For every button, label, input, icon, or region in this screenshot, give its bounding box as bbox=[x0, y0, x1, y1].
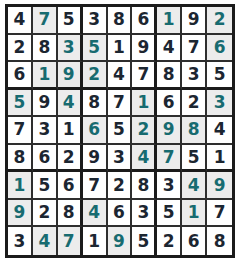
cell-r6c7[interactable]: 7 bbox=[157, 145, 182, 173]
cell-r8c7[interactable]: 5 bbox=[157, 200, 182, 228]
cell-r9c7[interactable]: 2 bbox=[157, 227, 182, 255]
cell-r3c8[interactable]: 3 bbox=[182, 62, 207, 90]
cell-r9c2[interactable]: 4 bbox=[33, 227, 58, 255]
cell-r8c5[interactable]: 6 bbox=[108, 200, 133, 228]
cell-r2c5[interactable]: 1 bbox=[108, 35, 133, 63]
cell-r4c8[interactable]: 2 bbox=[182, 90, 207, 118]
cell-r4c7[interactable]: 6 bbox=[157, 90, 182, 118]
cell-r2c4[interactable]: 5 bbox=[83, 35, 108, 63]
cell-r5c6[interactable]: 2 bbox=[132, 117, 157, 145]
cell-r9c6[interactable]: 5 bbox=[132, 227, 157, 255]
cell-r6c4[interactable]: 9 bbox=[83, 145, 108, 173]
cell-r6c9[interactable]: 1 bbox=[207, 145, 232, 173]
cell-r7c5[interactable]: 2 bbox=[108, 172, 133, 200]
cell-r6c1[interactable]: 8 bbox=[8, 145, 33, 173]
cell-r3c2[interactable]: 1 bbox=[33, 62, 58, 90]
cell-r3c6[interactable]: 7 bbox=[132, 62, 157, 90]
cell-r5c8[interactable]: 8 bbox=[182, 117, 207, 145]
cell-r9c4[interactable]: 1 bbox=[83, 227, 108, 255]
cell-r8c9[interactable]: 7 bbox=[207, 200, 232, 228]
cell-r1c3[interactable]: 5 bbox=[58, 7, 83, 35]
cell-r7c8[interactable]: 4 bbox=[182, 172, 207, 200]
cell-r3c4[interactable]: 2 bbox=[83, 62, 108, 90]
cell-r5c2[interactable]: 3 bbox=[33, 117, 58, 145]
cell-r7c4[interactable]: 7 bbox=[83, 172, 108, 200]
cell-r3c3[interactable]: 9 bbox=[58, 62, 83, 90]
cell-r1c9[interactable]: 2 bbox=[207, 7, 232, 35]
cell-r9c5[interactable]: 9 bbox=[108, 227, 133, 255]
cell-r2c8[interactable]: 7 bbox=[182, 35, 207, 63]
cell-r8c1[interactable]: 9 bbox=[8, 200, 33, 228]
cell-r1c4[interactable]: 3 bbox=[83, 7, 108, 35]
cell-r4c6[interactable]: 1 bbox=[132, 90, 157, 118]
cell-r9c8[interactable]: 6 bbox=[182, 227, 207, 255]
cell-r6c3[interactable]: 2 bbox=[58, 145, 83, 173]
cell-r1c5[interactable]: 8 bbox=[108, 7, 133, 35]
cell-r2c9[interactable]: 6 bbox=[207, 35, 232, 63]
cell-r4c9[interactable]: 3 bbox=[207, 90, 232, 118]
sudoku-board: 4753861922835194766192478355948716237316… bbox=[5, 4, 235, 258]
cell-r8c3[interactable]: 8 bbox=[58, 200, 83, 228]
cell-r5c3[interactable]: 1 bbox=[58, 117, 83, 145]
cell-r7c7[interactable]: 3 bbox=[157, 172, 182, 200]
cell-r2c3[interactable]: 3 bbox=[58, 35, 83, 63]
cell-r3c7[interactable]: 8 bbox=[157, 62, 182, 90]
cell-r1c2[interactable]: 7 bbox=[33, 7, 58, 35]
cell-r4c3[interactable]: 4 bbox=[58, 90, 83, 118]
cell-r5c9[interactable]: 4 bbox=[207, 117, 232, 145]
cell-r3c9[interactable]: 5 bbox=[207, 62, 232, 90]
cell-r7c6[interactable]: 8 bbox=[132, 172, 157, 200]
cell-r8c4[interactable]: 4 bbox=[83, 200, 108, 228]
cell-r3c5[interactable]: 4 bbox=[108, 62, 133, 90]
cell-r7c3[interactable]: 6 bbox=[58, 172, 83, 200]
cell-r5c7[interactable]: 9 bbox=[157, 117, 182, 145]
cell-r2c1[interactable]: 2 bbox=[8, 35, 33, 63]
cell-r8c2[interactable]: 2 bbox=[33, 200, 58, 228]
cell-r2c6[interactable]: 9 bbox=[132, 35, 157, 63]
cell-r3c1[interactable]: 6 bbox=[8, 62, 33, 90]
cell-r1c8[interactable]: 9 bbox=[182, 7, 207, 35]
cell-r1c6[interactable]: 6 bbox=[132, 7, 157, 35]
cell-r7c9[interactable]: 9 bbox=[207, 172, 232, 200]
cell-r4c4[interactable]: 8 bbox=[83, 90, 108, 118]
cell-r8c8[interactable]: 1 bbox=[182, 200, 207, 228]
cell-r6c8[interactable]: 5 bbox=[182, 145, 207, 173]
cell-r5c4[interactable]: 6 bbox=[83, 117, 108, 145]
cell-r4c5[interactable]: 7 bbox=[108, 90, 133, 118]
cell-r2c7[interactable]: 4 bbox=[157, 35, 182, 63]
cell-r4c2[interactable]: 9 bbox=[33, 90, 58, 118]
cell-r6c6[interactable]: 4 bbox=[132, 145, 157, 173]
cell-r5c1[interactable]: 7 bbox=[8, 117, 33, 145]
cell-r6c5[interactable]: 3 bbox=[108, 145, 133, 173]
cell-r7c1[interactable]: 1 bbox=[8, 172, 33, 200]
cell-r9c1[interactable]: 3 bbox=[8, 227, 33, 255]
cell-r5c5[interactable]: 5 bbox=[108, 117, 133, 145]
cell-r9c9[interactable]: 8 bbox=[207, 227, 232, 255]
cell-r1c7[interactable]: 1 bbox=[157, 7, 182, 35]
cell-r8c6[interactable]: 3 bbox=[132, 200, 157, 228]
cell-r4c1[interactable]: 5 bbox=[8, 90, 33, 118]
cell-r9c3[interactable]: 7 bbox=[58, 227, 83, 255]
cell-r2c2[interactable]: 8 bbox=[33, 35, 58, 63]
cell-r1c1[interactable]: 4 bbox=[8, 7, 33, 35]
cell-r7c2[interactable]: 5 bbox=[33, 172, 58, 200]
cell-r6c2[interactable]: 6 bbox=[33, 145, 58, 173]
